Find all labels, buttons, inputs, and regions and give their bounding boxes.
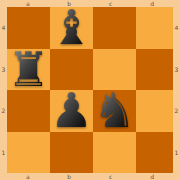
rank-label-right-1: 1 — [173, 132, 180, 174]
chessboard-frame: abcd abcd 4321 4321 ♝♜♟♞ — [0, 0, 180, 180]
square-a1[interactable] — [7, 132, 50, 174]
square-b2[interactable]: ♟ — [50, 90, 93, 132]
piece-black-bishop-b4[interactable]: ♝ — [50, 7, 93, 48]
square-b4[interactable]: ♝ — [50, 7, 93, 49]
piece-black-pawn-b2[interactable]: ♟ — [50, 90, 93, 131]
rank-label-left-2: 2 — [0, 90, 7, 132]
piece-black-rook-a3[interactable]: ♜ — [7, 49, 50, 90]
rank-label-right-3: 3 — [173, 49, 180, 91]
square-d4[interactable] — [136, 7, 173, 49]
file-label-bottom-a: a — [7, 173, 49, 180]
file-label-bottom-d: d — [132, 173, 174, 180]
rank-label-right-2: 2 — [173, 90, 180, 132]
file-label-top-d: d — [132, 0, 174, 7]
rank-label-left-4: 4 — [0, 7, 7, 49]
file-label-top-a: a — [7, 0, 49, 7]
piece-black-knight-c2[interactable]: ♞ — [93, 90, 136, 131]
file-label-top-c: c — [90, 0, 132, 7]
square-c2[interactable]: ♞ — [93, 90, 136, 132]
file-label-bottom-b: b — [49, 173, 91, 180]
square-c4[interactable] — [93, 7, 136, 49]
board: ♝♜♟♞ — [7, 7, 173, 173]
square-a3[interactable]: ♜ — [7, 49, 50, 91]
square-d3[interactable] — [136, 49, 173, 91]
rank-label-left-3: 3 — [0, 49, 7, 91]
rank-labels-left: 4321 — [0, 7, 7, 173]
rank-labels-right: 4321 — [173, 7, 180, 173]
rank-label-right-4: 4 — [173, 7, 180, 49]
square-d2[interactable] — [136, 90, 173, 132]
file-label-bottom-c: c — [90, 173, 132, 180]
file-labels-bottom: abcd — [7, 173, 173, 180]
square-d1[interactable] — [136, 132, 173, 174]
rank-label-left-1: 1 — [0, 132, 7, 174]
